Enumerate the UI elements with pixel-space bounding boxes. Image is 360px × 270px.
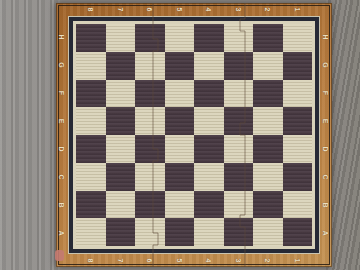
square-a6 — [135, 218, 165, 246]
square-d1 — [283, 135, 313, 163]
square-e7 — [106, 107, 136, 135]
rank-label-c: C — [48, 171, 76, 183]
square-h3 — [224, 24, 254, 52]
square-b3 — [224, 191, 254, 219]
rank-label-c: C — [312, 171, 340, 183]
file-labels-top: 87654321 — [76, 3, 312, 16]
square-d5 — [165, 135, 195, 163]
square-f2 — [253, 80, 283, 108]
rank-label-e: E — [312, 115, 340, 127]
rank-label-h: H — [312, 31, 340, 43]
square-a4 — [194, 218, 224, 246]
square-f8 — [76, 80, 106, 108]
rank-label-b: B — [48, 199, 76, 211]
rank-label-e: E — [48, 115, 76, 127]
file-label-6: 6 — [143, 246, 156, 270]
square-e1 — [283, 107, 313, 135]
square-c4 — [194, 163, 224, 191]
photo-scene: 87654321 87654321 HGFEDCBA HGFEDCBA — [0, 0, 360, 270]
square-b5 — [165, 191, 195, 219]
square-f6 — [135, 80, 165, 108]
file-label-7: 7 — [114, 246, 127, 270]
chessboard: 87654321 87654321 HGFEDCBA HGFEDCBA — [56, 3, 332, 267]
square-h4 — [194, 24, 224, 52]
inner-margin — [73, 21, 315, 249]
square-g5 — [165, 52, 195, 80]
rank-label-a: A — [312, 227, 340, 239]
file-label-1: 1 — [291, 0, 304, 24]
rank-label-g: G — [312, 59, 340, 71]
rank-label-g: G — [48, 59, 76, 71]
file-label-4: 4 — [202, 246, 215, 270]
square-h5 — [165, 24, 195, 52]
square-a5 — [165, 218, 195, 246]
file-label-4: 4 — [202, 0, 215, 24]
square-f1 — [283, 80, 313, 108]
file-label-3: 3 — [232, 0, 245, 24]
square-f4 — [194, 80, 224, 108]
rank-label-b: B — [312, 199, 340, 211]
square-e5 — [165, 107, 195, 135]
square-e8 — [76, 107, 106, 135]
square-h1 — [283, 24, 313, 52]
square-c1 — [283, 163, 313, 191]
file-label-3: 3 — [232, 246, 245, 270]
square-d4 — [194, 135, 224, 163]
square-c6 — [135, 163, 165, 191]
square-e4 — [194, 107, 224, 135]
rank-label-d: D — [48, 143, 76, 155]
square-g7 — [106, 52, 136, 80]
rank-label-a: A — [48, 227, 76, 239]
square-g4 — [194, 52, 224, 80]
square-b2 — [253, 191, 283, 219]
file-labels-bottom: 87654321 — [76, 254, 312, 267]
file-label-5: 5 — [173, 246, 186, 270]
square-a2 — [253, 218, 283, 246]
square-d8 — [76, 135, 106, 163]
square-h2 — [253, 24, 283, 52]
rank-labels-right: HGFEDCBA — [320, 23, 332, 247]
square-h8 — [76, 24, 106, 52]
file-label-6: 6 — [143, 0, 156, 24]
square-f3 — [224, 80, 254, 108]
square-a8 — [76, 218, 106, 246]
square-c5 — [165, 163, 195, 191]
file-label-2: 2 — [261, 0, 274, 24]
square-d3 — [224, 135, 254, 163]
square-c2 — [253, 163, 283, 191]
square-e6 — [135, 107, 165, 135]
square-c8 — [76, 163, 106, 191]
file-label-8: 8 — [84, 0, 97, 24]
file-label-8: 8 — [84, 246, 97, 270]
file-label-1: 1 — [291, 246, 304, 270]
rank-label-d: D — [312, 143, 340, 155]
rank-label-f: F — [312, 87, 340, 99]
square-a3 — [224, 218, 254, 246]
square-b1 — [283, 191, 313, 219]
file-label-5: 5 — [173, 0, 186, 24]
square-c3 — [224, 163, 254, 191]
square-e2 — [253, 107, 283, 135]
square-d6 — [135, 135, 165, 163]
square-f7 — [106, 80, 136, 108]
square-c7 — [106, 163, 136, 191]
play-field-border — [68, 16, 320, 254]
square-a7 — [106, 218, 136, 246]
squares-grid — [76, 24, 312, 246]
square-g3 — [224, 52, 254, 80]
square-d7 — [106, 135, 136, 163]
rank-labels-left: HGFEDCBA — [56, 23, 68, 247]
square-b7 — [106, 191, 136, 219]
rank-label-f: F — [48, 87, 76, 99]
rank-label-h: H — [48, 31, 76, 43]
square-g2 — [253, 52, 283, 80]
square-b4 — [194, 191, 224, 219]
square-e3 — [224, 107, 254, 135]
square-d2 — [253, 135, 283, 163]
square-a1 — [283, 218, 313, 246]
square-g1 — [283, 52, 313, 80]
square-h7 — [106, 24, 136, 52]
square-b6 — [135, 191, 165, 219]
file-label-7: 7 — [114, 0, 127, 24]
square-h6 — [135, 24, 165, 52]
square-g6 — [135, 52, 165, 80]
file-label-2: 2 — [261, 246, 274, 270]
square-f5 — [165, 80, 195, 108]
square-g8 — [76, 52, 106, 80]
red-sticker — [55, 250, 64, 261]
square-b8 — [76, 191, 106, 219]
